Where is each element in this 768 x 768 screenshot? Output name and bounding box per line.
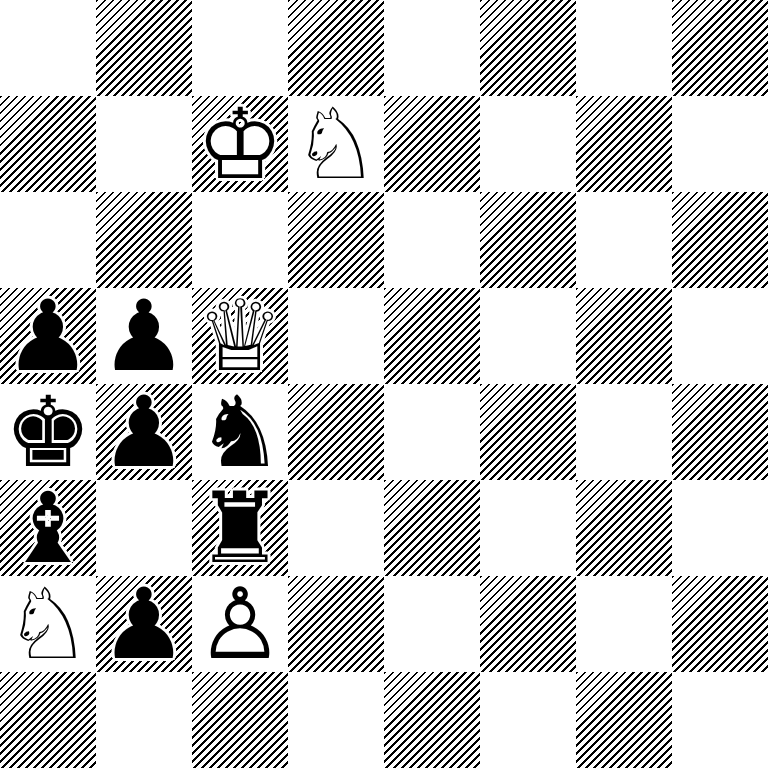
square-h8[interactable]	[672, 0, 768, 96]
square-e3[interactable]	[384, 480, 480, 576]
square-c4[interactable]: ♞♞	[192, 384, 288, 480]
white-king[interactable]: ♔	[192, 96, 288, 192]
black-pawn[interactable]: ♟	[0, 288, 96, 384]
white-knight[interactable]: ♘	[0, 576, 96, 672]
square-g8[interactable]	[576, 0, 672, 96]
square-d7[interactable]: ♞♘	[288, 96, 384, 192]
square-c8[interactable]	[192, 0, 288, 96]
square-e4[interactable]	[384, 384, 480, 480]
square-a8[interactable]	[0, 0, 96, 96]
chess-board: ♚♔♞♘♟♟♟♟♛♕♚♚♟♟♞♞♝♝♜♜♞♘♟♟♟♙	[0, 0, 768, 768]
square-f6[interactable]	[480, 192, 576, 288]
black-rook[interactable]: ♜	[192, 480, 288, 576]
black-bishop[interactable]: ♝	[0, 480, 96, 576]
square-d8[interactable]	[288, 0, 384, 96]
square-f4[interactable]	[480, 384, 576, 480]
square-f5[interactable]	[480, 288, 576, 384]
square-d5[interactable]	[288, 288, 384, 384]
square-d2[interactable]	[288, 576, 384, 672]
square-b5[interactable]: ♟♟	[96, 288, 192, 384]
square-f1[interactable]	[480, 672, 576, 768]
black-pawn[interactable]: ♟	[96, 576, 192, 672]
square-e7[interactable]	[384, 96, 480, 192]
square-a5[interactable]: ♟♟	[0, 288, 96, 384]
white-pawn[interactable]: ♙	[192, 576, 288, 672]
square-d4[interactable]	[288, 384, 384, 480]
square-h6[interactable]	[672, 192, 768, 288]
square-h3[interactable]	[672, 480, 768, 576]
square-e8[interactable]	[384, 0, 480, 96]
white-knight[interactable]: ♘	[288, 96, 384, 192]
square-h2[interactable]	[672, 576, 768, 672]
square-f8[interactable]	[480, 0, 576, 96]
white-queen[interactable]: ♕	[192, 288, 288, 384]
square-e6[interactable]	[384, 192, 480, 288]
square-b7[interactable]	[96, 96, 192, 192]
square-g5[interactable]	[576, 288, 672, 384]
square-h4[interactable]	[672, 384, 768, 480]
square-g2[interactable]	[576, 576, 672, 672]
square-d3[interactable]	[288, 480, 384, 576]
square-b4[interactable]: ♟♟	[96, 384, 192, 480]
square-b1[interactable]	[96, 672, 192, 768]
square-h5[interactable]	[672, 288, 768, 384]
black-pawn[interactable]: ♟	[96, 384, 192, 480]
square-c1[interactable]	[192, 672, 288, 768]
square-g1[interactable]	[576, 672, 672, 768]
square-g3[interactable]	[576, 480, 672, 576]
square-e5[interactable]	[384, 288, 480, 384]
black-king[interactable]: ♚	[0, 384, 96, 480]
square-a1[interactable]	[0, 672, 96, 768]
square-a2[interactable]: ♞♘	[0, 576, 96, 672]
square-h7[interactable]	[672, 96, 768, 192]
square-a3[interactable]: ♝♝	[0, 480, 96, 576]
square-a6[interactable]	[0, 192, 96, 288]
square-f2[interactable]	[480, 576, 576, 672]
square-g7[interactable]	[576, 96, 672, 192]
square-e1[interactable]	[384, 672, 480, 768]
square-d1[interactable]	[288, 672, 384, 768]
square-c3[interactable]: ♜♜	[192, 480, 288, 576]
square-h1[interactable]	[672, 672, 768, 768]
square-c2[interactable]: ♟♙	[192, 576, 288, 672]
black-pawn[interactable]: ♟	[96, 288, 192, 384]
square-b3[interactable]	[96, 480, 192, 576]
square-d6[interactable]	[288, 192, 384, 288]
square-f7[interactable]	[480, 96, 576, 192]
square-c6[interactable]	[192, 192, 288, 288]
square-g6[interactable]	[576, 192, 672, 288]
square-b6[interactable]	[96, 192, 192, 288]
square-c5[interactable]: ♛♕	[192, 288, 288, 384]
square-a7[interactable]	[0, 96, 96, 192]
square-f3[interactable]	[480, 480, 576, 576]
black-knight[interactable]: ♞	[192, 384, 288, 480]
square-b2[interactable]: ♟♟	[96, 576, 192, 672]
square-a4[interactable]: ♚♚	[0, 384, 96, 480]
square-c7[interactable]: ♚♔	[192, 96, 288, 192]
square-g4[interactable]	[576, 384, 672, 480]
square-e2[interactable]	[384, 576, 480, 672]
square-b8[interactable]	[96, 0, 192, 96]
